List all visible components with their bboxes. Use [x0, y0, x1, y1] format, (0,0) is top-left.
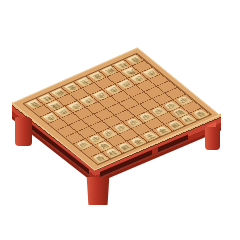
piece-kanji: 歩 [145, 70, 157, 77]
piece-kanji: 歩 [115, 125, 127, 132]
piece-kanji: 歩 [133, 75, 145, 82]
piece-kanji: 歩 [78, 141, 90, 148]
piece-kanji: 歩 [95, 92, 107, 99]
piece-kanji: 飛 [174, 109, 186, 116]
piece-kanji: 飛 [49, 102, 61, 109]
piece-kanji: 金 [132, 138, 144, 145]
piece-kanji: 金 [91, 73, 103, 80]
piece-kanji: 桂 [116, 62, 128, 69]
piece-kanji: 金 [66, 84, 78, 91]
piece-kanji: 歩 [90, 136, 102, 143]
piece-kanji: 歩 [178, 97, 190, 104]
board-leg-front [86, 177, 110, 205]
piece-kanji: 金 [157, 127, 169, 134]
piece-kanji: 桂 [107, 149, 119, 156]
piece-kanji: 銀 [170, 122, 182, 129]
piece-kanji: 香 [94, 155, 106, 162]
piece-kanji: 歩 [166, 102, 178, 109]
shogi-board: 香桂銀金玉金銀桂香飛角歩歩歩歩歩歩歩歩歩歩歩歩歩歩歩歩歩歩角飛香桂銀金王金銀桂香 [12, 47, 220, 170]
piece-kanji: 桂 [41, 95, 53, 102]
piece-kanji: 香 [195, 110, 207, 117]
piece-kanji: 歩 [120, 81, 132, 88]
piece-kanji: 歩 [82, 98, 94, 105]
piece-kanji: 歩 [70, 103, 82, 110]
board-leg-left [15, 117, 32, 146]
piece-kanji: 歩 [108, 87, 120, 94]
piece-kanji: 玉 [78, 79, 90, 86]
piece-kanji: 歩 [57, 109, 69, 116]
piece-kanji: 角 [99, 143, 111, 150]
piece-kanji: 銀 [119, 144, 131, 151]
piece-kanji: 歩 [128, 119, 140, 126]
piece-kanji: 角 [124, 69, 136, 76]
piece-kanji: 歩 [153, 108, 165, 115]
piece-kanji: 桂 [182, 116, 194, 123]
piece-kanji: 香 [129, 56, 141, 63]
piece-kanji: 歩 [140, 114, 152, 121]
shogi-set-product-photo: 香桂銀金玉金銀桂香飛角歩歩歩歩歩歩歩歩歩歩歩歩歩歩歩歩歩歩角飛香桂銀金王金銀桂香 [0, 0, 240, 240]
piece-kanji: 銀 [53, 90, 65, 97]
piece-kanji: 王 [144, 133, 156, 140]
piece-kanji: 香 [28, 101, 40, 108]
board-leg-right [205, 127, 220, 150]
piece-kanji: 銀 [104, 68, 116, 75]
piece-kanji: 歩 [103, 130, 115, 137]
piece-kanji: 歩 [45, 114, 57, 121]
